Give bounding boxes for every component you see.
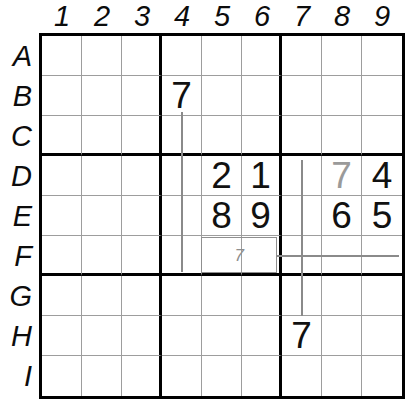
cell-H8[interactable] [322,316,362,356]
cell-G8[interactable] [322,276,362,316]
chain-line-col4 [181,112,183,272]
candidate-digit-7: 7 [234,247,243,264]
cell-D9[interactable]: 4 [362,156,402,196]
cell-A1[interactable] [42,36,82,76]
row-label-H: H [0,316,38,356]
cell-D6[interactable]: 1 [242,156,282,196]
cell-C3[interactable] [122,116,162,156]
cell-H7[interactable]: 7 [282,316,322,356]
cell-B8[interactable] [322,76,362,116]
cell-C8[interactable] [322,116,362,156]
cell-C6[interactable] [242,116,282,156]
cell-A3[interactable] [122,36,162,76]
cell-B2[interactable] [82,76,122,116]
row-labels: ABCDEFGHI [0,36,38,396]
cell-I8[interactable] [322,356,362,396]
column-label-3: 3 [122,0,162,32]
cell-A4[interactable] [162,36,202,76]
cell-F2[interactable] [82,236,122,276]
row-label-C: C [0,116,38,156]
sudoku-board: 72174896577 [39,33,405,399]
sudoku-diagram: 123456789 ABCDEFGHI 72174896577 [0,0,415,405]
cell-I1[interactable] [42,356,82,396]
cell-E1[interactable] [42,196,82,236]
cell-H6[interactable] [242,316,282,356]
cell-I9[interactable] [362,356,402,396]
row-label-B: B [0,76,38,116]
cell-D2[interactable] [82,156,122,196]
cell-H9[interactable] [362,316,402,356]
cell-A7[interactable] [282,36,322,76]
cell-H5[interactable] [202,316,242,356]
column-label-5: 5 [202,0,242,32]
chain-line-col7 [301,160,303,316]
column-label-9: 9 [362,0,402,32]
cell-E5[interactable]: 8 [202,196,242,236]
column-label-6: 6 [242,0,282,32]
cell-B3[interactable] [122,76,162,116]
cell-D8[interactable]: 7 [322,156,362,196]
cell-H3[interactable] [122,316,162,356]
cell-B9[interactable] [362,76,402,116]
cell-A8[interactable] [322,36,362,76]
cell-H1[interactable] [42,316,82,356]
cell-I4[interactable] [162,356,202,396]
row-label-F: F [0,236,38,276]
cell-I5[interactable] [202,356,242,396]
cell-G1[interactable] [42,276,82,316]
column-label-8: 8 [322,0,362,32]
cell-F1[interactable] [42,236,82,276]
row-label-E: E [0,196,38,236]
cell-D1[interactable] [42,156,82,196]
cell-A2[interactable] [82,36,122,76]
cell-B4[interactable]: 7 [162,76,202,116]
row-label-G: G [0,276,38,316]
row-label-D: D [0,156,38,196]
cell-H2[interactable] [82,316,122,356]
cell-E8[interactable]: 6 [322,196,362,236]
cell-E3[interactable] [122,196,162,236]
cell-G4[interactable] [162,276,202,316]
column-label-1: 1 [42,0,82,32]
cell-F3[interactable] [122,236,162,276]
row-label-A: A [0,36,38,76]
cell-C1[interactable] [42,116,82,156]
cell-I7[interactable] [282,356,322,396]
cell-E9[interactable]: 5 [362,196,402,236]
cell-G6[interactable] [242,276,282,316]
column-labels: 123456789 [42,0,402,32]
cell-B6[interactable] [242,76,282,116]
cell-C7[interactable] [282,116,322,156]
cell-D5[interactable]: 2 [202,156,242,196]
cell-A5[interactable] [202,36,242,76]
cell-G9[interactable] [362,276,402,316]
cell-I3[interactable] [122,356,162,396]
column-label-2: 2 [82,0,122,32]
cell-G5[interactable] [202,276,242,316]
row-label-I: I [0,356,38,396]
cell-A6[interactable] [242,36,282,76]
cell-G3[interactable] [122,276,162,316]
column-label-7: 7 [282,0,322,32]
chain-line-rowF [277,255,399,257]
cell-B5[interactable] [202,76,242,116]
cell-B1[interactable] [42,76,82,116]
column-label-4: 4 [162,0,202,32]
cell-H4[interactable] [162,316,202,356]
cell-I2[interactable] [82,356,122,396]
cell-E2[interactable] [82,196,122,236]
cell-B7[interactable] [282,76,322,116]
cell-E6[interactable]: 9 [242,196,282,236]
candidate-box-F5-F6: 7 [201,237,277,273]
cell-I6[interactable] [242,356,282,396]
cell-C2[interactable] [82,116,122,156]
cell-A9[interactable] [362,36,402,76]
cell-C9[interactable] [362,116,402,156]
cell-D3[interactable] [122,156,162,196]
cell-C5[interactable] [202,116,242,156]
cell-G2[interactable] [82,276,122,316]
